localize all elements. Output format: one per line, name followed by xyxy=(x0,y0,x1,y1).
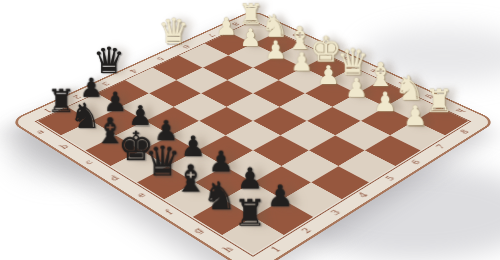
product-photo-canvas: aabbccddeeffgghh1122334455667788♜♞♝♚♛♝♞♜… xyxy=(0,0,500,260)
rank-label-5-right: 5 xyxy=(384,175,397,182)
file-label-f-near: f xyxy=(164,210,175,216)
file-label-g-near: g xyxy=(192,227,205,235)
file-label-d-near: d xyxy=(109,175,121,182)
file-label-e-near: e xyxy=(136,192,148,199)
file-label-a-near: a xyxy=(35,129,46,135)
rank-label-4-right: 4 xyxy=(357,192,370,199)
rank-label-1-right: 1 xyxy=(270,246,284,254)
rank-label-8-right: 8 xyxy=(459,129,471,135)
rank-label-7-right: 7 xyxy=(435,144,447,151)
rank-label-3-right: 3 xyxy=(330,209,343,217)
rank-label-2-right: 2 xyxy=(300,227,313,235)
file-label-c-near: c xyxy=(84,159,95,166)
spare-white-queen-piece[interactable]: ♛ xyxy=(156,11,191,50)
black-rook-piece[interactable]: ♜ xyxy=(228,188,272,238)
rank-label-6-right: 6 xyxy=(410,159,423,166)
white-pawn-piece[interactable]: ♟ xyxy=(396,93,435,137)
file-label-b-near: b xyxy=(59,144,71,151)
file-label-h-near: h xyxy=(222,246,236,254)
rank-label-5-left: 5 xyxy=(154,56,165,61)
